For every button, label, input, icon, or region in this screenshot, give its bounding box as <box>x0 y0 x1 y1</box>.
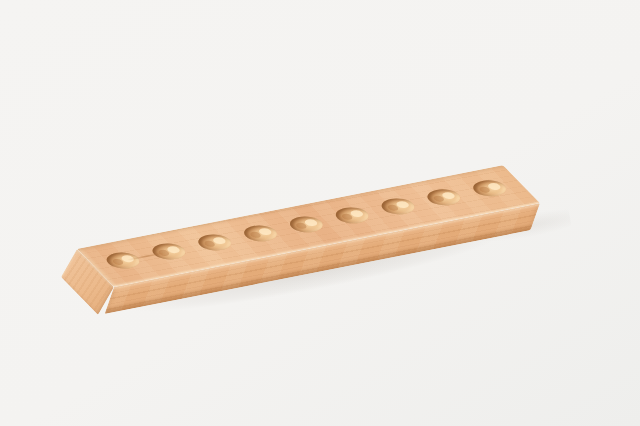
pit-1[interactable] <box>100 250 144 271</box>
wooden-board <box>0 0 640 426</box>
pit-8[interactable] <box>421 187 465 208</box>
pit-2[interactable] <box>146 241 190 262</box>
pit-9[interactable] <box>467 178 511 199</box>
pit-5[interactable] <box>284 214 328 235</box>
pit-6[interactable] <box>330 205 374 226</box>
pit-4[interactable] <box>238 223 282 244</box>
photo-background <box>0 0 640 426</box>
pit-3[interactable] <box>192 232 236 253</box>
pit-7[interactable] <box>375 196 419 217</box>
